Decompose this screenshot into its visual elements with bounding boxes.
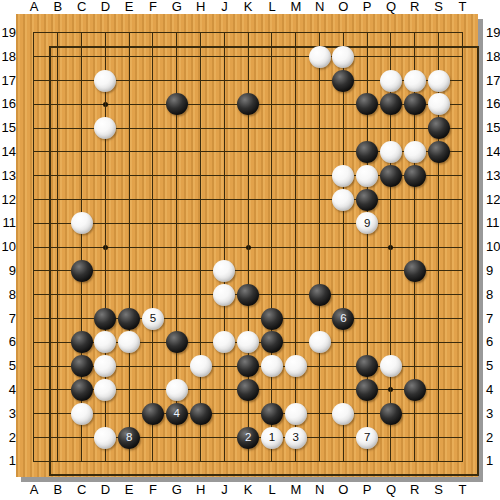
point-B15[interactable]: [46, 116, 70, 140]
point-O11[interactable]: [331, 211, 355, 235]
point-J2[interactable]: [212, 426, 236, 450]
point-H17[interactable]: [189, 69, 213, 93]
point-Q10[interactable]: [379, 235, 403, 259]
point-T17[interactable]: [450, 69, 474, 93]
point-F10[interactable]: [141, 235, 165, 259]
point-T8[interactable]: [450, 283, 474, 307]
point-R10[interactable]: [403, 235, 427, 259]
point-Q14[interactable]: [379, 140, 403, 164]
point-L11[interactable]: [260, 211, 284, 235]
point-L18[interactable]: [260, 45, 284, 69]
point-R15[interactable]: [403, 116, 427, 140]
point-D3[interactable]: [93, 402, 117, 426]
point-N17[interactable]: [308, 69, 332, 93]
point-M18[interactable]: [284, 45, 308, 69]
point-C17[interactable]: [70, 69, 94, 93]
point-P3[interactable]: [355, 402, 379, 426]
point-L13[interactable]: [260, 164, 284, 188]
point-N8[interactable]: [308, 283, 332, 307]
point-G2[interactable]: [165, 426, 189, 450]
point-T6[interactable]: [450, 330, 474, 354]
point-O4[interactable]: [331, 378, 355, 402]
point-S4[interactable]: [427, 378, 451, 402]
point-S6[interactable]: [427, 330, 451, 354]
point-F13[interactable]: [141, 164, 165, 188]
point-H5[interactable]: [189, 354, 213, 378]
point-S8[interactable]: [427, 283, 451, 307]
point-P19[interactable]: [355, 21, 379, 45]
point-Q6[interactable]: [379, 330, 403, 354]
point-B10[interactable]: [46, 235, 70, 259]
point-D13[interactable]: [93, 164, 117, 188]
point-L8[interactable]: [260, 283, 284, 307]
point-F14[interactable]: [141, 140, 165, 164]
point-G14[interactable]: [165, 140, 189, 164]
point-T13[interactable]: [450, 164, 474, 188]
point-D14[interactable]: [93, 140, 117, 164]
point-N12[interactable]: [308, 188, 332, 212]
point-M16[interactable]: [284, 92, 308, 116]
point-Q3[interactable]: [379, 402, 403, 426]
point-L4[interactable]: [260, 378, 284, 402]
point-B16[interactable]: [46, 92, 70, 116]
point-O7[interactable]: 6: [331, 307, 355, 331]
point-A19[interactable]: [22, 21, 46, 45]
point-Q17[interactable]: [379, 69, 403, 93]
point-J9[interactable]: [212, 259, 236, 283]
point-O6[interactable]: [331, 330, 355, 354]
point-C12[interactable]: [70, 188, 94, 212]
point-N4[interactable]: [308, 378, 332, 402]
point-R11[interactable]: [403, 211, 427, 235]
point-P14[interactable]: [355, 140, 379, 164]
point-S5[interactable]: [427, 354, 451, 378]
point-K17[interactable]: [236, 69, 260, 93]
point-K1[interactable]: [236, 449, 260, 473]
point-M3[interactable]: [284, 402, 308, 426]
point-A10[interactable]: [22, 235, 46, 259]
point-G13[interactable]: [165, 164, 189, 188]
point-E5[interactable]: [117, 354, 141, 378]
point-O5[interactable]: [331, 354, 355, 378]
point-N19[interactable]: [308, 21, 332, 45]
point-C15[interactable]: [70, 116, 94, 140]
point-L1[interactable]: [260, 449, 284, 473]
point-A14[interactable]: [22, 140, 46, 164]
point-G15[interactable]: [165, 116, 189, 140]
point-A4[interactable]: [22, 378, 46, 402]
point-M8[interactable]: [284, 283, 308, 307]
point-E19[interactable]: [117, 21, 141, 45]
point-G19[interactable]: [165, 21, 189, 45]
point-H10[interactable]: [189, 235, 213, 259]
point-C9[interactable]: [70, 259, 94, 283]
point-H12[interactable]: [189, 188, 213, 212]
point-G11[interactable]: [165, 211, 189, 235]
point-J19[interactable]: [212, 21, 236, 45]
point-M14[interactable]: [284, 140, 308, 164]
point-S18[interactable]: [427, 45, 451, 69]
point-M9[interactable]: [284, 259, 308, 283]
point-H9[interactable]: [189, 259, 213, 283]
point-L15[interactable]: [260, 116, 284, 140]
point-G6[interactable]: [165, 330, 189, 354]
point-F12[interactable]: [141, 188, 165, 212]
point-B19[interactable]: [46, 21, 70, 45]
point-S17[interactable]: [427, 69, 451, 93]
point-O19[interactable]: [331, 21, 355, 45]
point-J1[interactable]: [212, 449, 236, 473]
point-N14[interactable]: [308, 140, 332, 164]
point-F17[interactable]: [141, 69, 165, 93]
point-F6[interactable]: [141, 330, 165, 354]
point-J10[interactable]: [212, 235, 236, 259]
point-A8[interactable]: [22, 283, 46, 307]
point-N5[interactable]: [308, 354, 332, 378]
point-T2[interactable]: [450, 426, 474, 450]
point-R2[interactable]: [403, 426, 427, 450]
point-T18[interactable]: [450, 45, 474, 69]
point-E7[interactable]: [117, 307, 141, 331]
point-M15[interactable]: [284, 116, 308, 140]
point-D1[interactable]: [93, 449, 117, 473]
point-P4[interactable]: [355, 378, 379, 402]
point-S1[interactable]: [427, 449, 451, 473]
point-P9[interactable]: [355, 259, 379, 283]
point-T12[interactable]: [450, 188, 474, 212]
point-C18[interactable]: [70, 45, 94, 69]
point-N1[interactable]: [308, 449, 332, 473]
point-F1[interactable]: [141, 449, 165, 473]
point-E1[interactable]: [117, 449, 141, 473]
point-O14[interactable]: [331, 140, 355, 164]
point-D11[interactable]: [93, 211, 117, 235]
point-G8[interactable]: [165, 283, 189, 307]
point-K4[interactable]: [236, 378, 260, 402]
point-S12[interactable]: [427, 188, 451, 212]
point-A12[interactable]: [22, 188, 46, 212]
point-M1[interactable]: [284, 449, 308, 473]
point-S16[interactable]: [427, 92, 451, 116]
point-P5[interactable]: [355, 354, 379, 378]
point-O16[interactable]: [331, 92, 355, 116]
point-K9[interactable]: [236, 259, 260, 283]
point-J14[interactable]: [212, 140, 236, 164]
point-O2[interactable]: [331, 426, 355, 450]
point-N16[interactable]: [308, 92, 332, 116]
point-E9[interactable]: [117, 259, 141, 283]
point-P13[interactable]: [355, 164, 379, 188]
point-Q16[interactable]: [379, 92, 403, 116]
point-K13[interactable]: [236, 164, 260, 188]
point-T15[interactable]: [450, 116, 474, 140]
point-P1[interactable]: [355, 449, 379, 473]
point-E4[interactable]: [117, 378, 141, 402]
point-A13[interactable]: [22, 164, 46, 188]
point-A11[interactable]: [22, 211, 46, 235]
point-F11[interactable]: [141, 211, 165, 235]
point-K3[interactable]: [236, 402, 260, 426]
point-P17[interactable]: [355, 69, 379, 93]
point-F3[interactable]: [141, 402, 165, 426]
point-L3[interactable]: [260, 402, 284, 426]
point-E2[interactable]: 8: [117, 426, 141, 450]
point-S14[interactable]: [427, 140, 451, 164]
point-T1[interactable]: [450, 449, 474, 473]
point-Q11[interactable]: [379, 211, 403, 235]
point-H2[interactable]: [189, 426, 213, 450]
point-K6[interactable]: [236, 330, 260, 354]
point-O12[interactable]: [331, 188, 355, 212]
point-O3[interactable]: [331, 402, 355, 426]
point-N3[interactable]: [308, 402, 332, 426]
point-C2[interactable]: [70, 426, 94, 450]
point-E11[interactable]: [117, 211, 141, 235]
point-T11[interactable]: [450, 211, 474, 235]
point-R18[interactable]: [403, 45, 427, 69]
point-E6[interactable]: [117, 330, 141, 354]
point-A17[interactable]: [22, 69, 46, 93]
point-H16[interactable]: [189, 92, 213, 116]
point-C3[interactable]: [70, 402, 94, 426]
point-F4[interactable]: [141, 378, 165, 402]
point-H4[interactable]: [189, 378, 213, 402]
point-M17[interactable]: [284, 69, 308, 93]
point-T7[interactable]: [450, 307, 474, 331]
point-T19[interactable]: [450, 21, 474, 45]
point-C1[interactable]: [70, 449, 94, 473]
point-R13[interactable]: [403, 164, 427, 188]
point-M13[interactable]: [284, 164, 308, 188]
point-D16[interactable]: [93, 92, 117, 116]
point-B17[interactable]: [46, 69, 70, 93]
point-A7[interactable]: [22, 307, 46, 331]
point-G3[interactable]: 4: [165, 402, 189, 426]
point-A18[interactable]: [22, 45, 46, 69]
point-M10[interactable]: [284, 235, 308, 259]
point-D19[interactable]: [93, 21, 117, 45]
point-F7[interactable]: 5: [141, 307, 165, 331]
point-E3[interactable]: [117, 402, 141, 426]
point-S10[interactable]: [427, 235, 451, 259]
point-Q19[interactable]: [379, 21, 403, 45]
point-F2[interactable]: [141, 426, 165, 450]
point-F16[interactable]: [141, 92, 165, 116]
point-H19[interactable]: [189, 21, 213, 45]
point-T9[interactable]: [450, 259, 474, 283]
point-Q9[interactable]: [379, 259, 403, 283]
point-Q2[interactable]: [379, 426, 403, 450]
point-B8[interactable]: [46, 283, 70, 307]
point-J11[interactable]: [212, 211, 236, 235]
point-S13[interactable]: [427, 164, 451, 188]
point-L14[interactable]: [260, 140, 284, 164]
point-B13[interactable]: [46, 164, 70, 188]
point-B3[interactable]: [46, 402, 70, 426]
point-Q8[interactable]: [379, 283, 403, 307]
point-R16[interactable]: [403, 92, 427, 116]
point-C5[interactable]: [70, 354, 94, 378]
point-D18[interactable]: [93, 45, 117, 69]
point-K7[interactable]: [236, 307, 260, 331]
point-H13[interactable]: [189, 164, 213, 188]
point-C8[interactable]: [70, 283, 94, 307]
point-H6[interactable]: [189, 330, 213, 354]
point-Q5[interactable]: [379, 354, 403, 378]
point-N10[interactable]: [308, 235, 332, 259]
point-T5[interactable]: [450, 354, 474, 378]
point-C16[interactable]: [70, 92, 94, 116]
point-B9[interactable]: [46, 259, 70, 283]
point-C7[interactable]: [70, 307, 94, 331]
point-C19[interactable]: [70, 21, 94, 45]
point-L7[interactable]: [260, 307, 284, 331]
point-L5[interactable]: [260, 354, 284, 378]
point-F19[interactable]: [141, 21, 165, 45]
point-K11[interactable]: [236, 211, 260, 235]
point-M6[interactable]: [284, 330, 308, 354]
point-K12[interactable]: [236, 188, 260, 212]
point-T4[interactable]: [450, 378, 474, 402]
point-D10[interactable]: [93, 235, 117, 259]
point-N11[interactable]: [308, 211, 332, 235]
point-A1[interactable]: [22, 449, 46, 473]
point-R14[interactable]: [403, 140, 427, 164]
point-E15[interactable]: [117, 116, 141, 140]
point-S9[interactable]: [427, 259, 451, 283]
point-K5[interactable]: [236, 354, 260, 378]
point-J8[interactable]: [212, 283, 236, 307]
point-R3[interactable]: [403, 402, 427, 426]
point-L9[interactable]: [260, 259, 284, 283]
point-H14[interactable]: [189, 140, 213, 164]
point-J16[interactable]: [212, 92, 236, 116]
point-A15[interactable]: [22, 116, 46, 140]
point-E17[interactable]: [117, 69, 141, 93]
point-B12[interactable]: [46, 188, 70, 212]
point-R9[interactable]: [403, 259, 427, 283]
point-M11[interactable]: [284, 211, 308, 235]
point-N15[interactable]: [308, 116, 332, 140]
point-C14[interactable]: [70, 140, 94, 164]
point-B7[interactable]: [46, 307, 70, 331]
point-B1[interactable]: [46, 449, 70, 473]
point-O10[interactable]: [331, 235, 355, 259]
point-J18[interactable]: [212, 45, 236, 69]
point-N9[interactable]: [308, 259, 332, 283]
point-A6[interactable]: [22, 330, 46, 354]
point-G12[interactable]: [165, 188, 189, 212]
point-P12[interactable]: [355, 188, 379, 212]
point-K19[interactable]: [236, 21, 260, 45]
point-E13[interactable]: [117, 164, 141, 188]
point-H15[interactable]: [189, 116, 213, 140]
point-B14[interactable]: [46, 140, 70, 164]
point-E10[interactable]: [117, 235, 141, 259]
point-L16[interactable]: [260, 92, 284, 116]
point-H3[interactable]: [189, 402, 213, 426]
point-L19[interactable]: [260, 21, 284, 45]
point-B5[interactable]: [46, 354, 70, 378]
point-K15[interactable]: [236, 116, 260, 140]
point-C6[interactable]: [70, 330, 94, 354]
point-D2[interactable]: [93, 426, 117, 450]
point-C13[interactable]: [70, 164, 94, 188]
point-T16[interactable]: [450, 92, 474, 116]
point-J12[interactable]: [212, 188, 236, 212]
point-J17[interactable]: [212, 69, 236, 93]
point-F8[interactable]: [141, 283, 165, 307]
point-H18[interactable]: [189, 45, 213, 69]
point-L17[interactable]: [260, 69, 284, 93]
point-B18[interactable]: [46, 45, 70, 69]
point-G9[interactable]: [165, 259, 189, 283]
point-R7[interactable]: [403, 307, 427, 331]
point-P16[interactable]: [355, 92, 379, 116]
point-T14[interactable]: [450, 140, 474, 164]
point-B2[interactable]: [46, 426, 70, 450]
point-O15[interactable]: [331, 116, 355, 140]
point-O1[interactable]: [331, 449, 355, 473]
point-S11[interactable]: [427, 211, 451, 235]
point-O8[interactable]: [331, 283, 355, 307]
point-J3[interactable]: [212, 402, 236, 426]
point-J5[interactable]: [212, 354, 236, 378]
point-P18[interactable]: [355, 45, 379, 69]
point-S7[interactable]: [427, 307, 451, 331]
point-G5[interactable]: [165, 354, 189, 378]
point-R19[interactable]: [403, 21, 427, 45]
point-M7[interactable]: [284, 307, 308, 331]
point-B6[interactable]: [46, 330, 70, 354]
point-M4[interactable]: [284, 378, 308, 402]
point-S15[interactable]: [427, 116, 451, 140]
point-Q13[interactable]: [379, 164, 403, 188]
point-O18[interactable]: [331, 45, 355, 69]
point-L2[interactable]: 1: [260, 426, 284, 450]
point-A16[interactable]: [22, 92, 46, 116]
point-P10[interactable]: [355, 235, 379, 259]
point-H1[interactable]: [189, 449, 213, 473]
point-P8[interactable]: [355, 283, 379, 307]
point-J13[interactable]: [212, 164, 236, 188]
point-G7[interactable]: [165, 307, 189, 331]
point-L10[interactable]: [260, 235, 284, 259]
point-K10[interactable]: [236, 235, 260, 259]
point-Q7[interactable]: [379, 307, 403, 331]
point-D15[interactable]: [93, 116, 117, 140]
point-G17[interactable]: [165, 69, 189, 93]
point-A9[interactable]: [22, 259, 46, 283]
point-H11[interactable]: [189, 211, 213, 235]
point-M5[interactable]: [284, 354, 308, 378]
point-G18[interactable]: [165, 45, 189, 69]
point-E12[interactable]: [117, 188, 141, 212]
point-O13[interactable]: [331, 164, 355, 188]
point-B4[interactable]: [46, 378, 70, 402]
point-P7[interactable]: [355, 307, 379, 331]
point-P2[interactable]: 7: [355, 426, 379, 450]
point-G16[interactable]: [165, 92, 189, 116]
point-C11[interactable]: [70, 211, 94, 235]
point-D5[interactable]: [93, 354, 117, 378]
point-P6[interactable]: [355, 330, 379, 354]
point-M2[interactable]: 3: [284, 426, 308, 450]
point-P15[interactable]: [355, 116, 379, 140]
point-C10[interactable]: [70, 235, 94, 259]
point-R6[interactable]: [403, 330, 427, 354]
point-R17[interactable]: [403, 69, 427, 93]
